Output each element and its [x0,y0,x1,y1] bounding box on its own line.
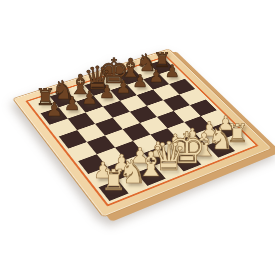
product-photo-canvas: ♜♞♝♛♚♝♞♜♟♟♟♟♟♟♟♟♟♟♟♟♟♟♟♟♜♞♝♛♚♝♞♜ [0,0,275,275]
board-scene: ♜♞♝♛♚♝♞♜♟♟♟♟♟♟♟♟♟♟♟♟♟♟♟♟♜♞♝♛♚♝♞♜ [0,0,275,275]
board-grid [32,59,252,201]
board-3d-wrap [12,49,273,218]
chess-board [12,49,273,218]
board-accent-border [25,56,258,207]
